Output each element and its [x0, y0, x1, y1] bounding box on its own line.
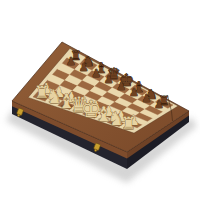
piece-black-pawn-a7: ♟	[66, 55, 76, 68]
piece-black-pawn-d7: ♟	[104, 73, 114, 86]
piece-black-pawn-f7: ♟	[129, 86, 139, 99]
piece-black-pawn-e7: ♟	[116, 80, 126, 93]
piece-black-pawn-h7: ♟	[154, 98, 164, 111]
piece-black-pawn-b7: ♟	[79, 61, 89, 74]
piece-white-rook-h1: ♜	[121, 113, 136, 133]
piece-black-pawn-c7: ♟	[91, 67, 101, 80]
chess-board-scene: ♜♟♞♟♝♟♛♟♚♟♝♟♟♟♜♞♟♟♞♜♟♝♟♛♟♚♟♝♟♞♟♜	[0, 0, 200, 200]
piece-black-pawn-g7: ♟	[141, 92, 151, 105]
chess-set-product-photo: ♜♟♞♟♝♟♛♟♚♟♝♟♟♟♜♞♟♟♞♜♟♝♟♛♟♚♟♝♟♞♟♜	[0, 0, 200, 200]
